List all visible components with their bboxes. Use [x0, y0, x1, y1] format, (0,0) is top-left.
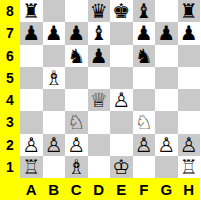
square-c7[interactable]: ♟ [65, 22, 88, 44]
square-d6[interactable]: ♟ [88, 45, 111, 67]
square-d8[interactable]: ♛ [88, 0, 111, 22]
square-b1[interactable] [43, 156, 66, 178]
square-a6[interactable] [20, 45, 43, 67]
square-d3[interactable] [88, 111, 111, 133]
square-b4[interactable] [43, 89, 66, 111]
square-a1[interactable]: ♖ [20, 156, 43, 178]
rank-labels: 87654321 [0, 0, 20, 178]
square-g6[interactable] [155, 45, 178, 67]
white-pawn[interactable]: ♙ [180, 134, 198, 156]
square-d7[interactable]: ♝ [88, 22, 111, 44]
black-pawn[interactable]: ♟ [157, 22, 175, 44]
file-label-g: G [155, 178, 178, 200]
file-label-f: F [133, 178, 156, 200]
square-c6[interactable]: ♞ [65, 45, 88, 67]
square-c3[interactable]: ♘ [65, 111, 88, 133]
white-knight[interactable]: ♘ [67, 111, 85, 133]
square-e3[interactable] [110, 111, 133, 133]
board: ♜♛♚♝♜♟♟♟♝♟♟♟♞♟♞♗♕♙♘♘♙♙♙♙♙♙♖♗♔♖ [20, 0, 200, 178]
black-rook[interactable]: ♜ [180, 0, 198, 22]
white-queen[interactable]: ♕ [90, 89, 108, 111]
black-bishop[interactable]: ♝ [90, 22, 108, 44]
square-f6[interactable]: ♞ [133, 45, 156, 67]
square-c1[interactable]: ♗ [65, 156, 88, 178]
corner-spacer [0, 178, 20, 200]
chess-diagram: 87654321 ♜♛♚♝♜♟♟♟♝♟♟♟♞♟♞♗♕♙♘♘♙♙♙♙♙♙♖♗♔♖ … [0, 0, 200, 200]
black-pawn[interactable]: ♟ [67, 22, 85, 44]
white-knight[interactable]: ♘ [135, 111, 153, 133]
white-bishop[interactable]: ♗ [45, 67, 63, 89]
square-f3[interactable]: ♘ [133, 111, 156, 133]
file-label-b: B [43, 178, 66, 200]
white-rook[interactable]: ♖ [22, 156, 40, 178]
black-pawn[interactable]: ♟ [135, 22, 153, 44]
white-pawn[interactable]: ♙ [112, 89, 130, 111]
black-pawn[interactable]: ♟ [90, 45, 108, 67]
rank-label-7: 7 [0, 22, 20, 44]
square-h7[interactable]: ♟ [178, 22, 201, 44]
square-e1[interactable]: ♔ [110, 156, 133, 178]
square-c8[interactable] [65, 0, 88, 22]
square-d2[interactable] [88, 134, 111, 156]
file-label-d: D [88, 178, 111, 200]
square-f1[interactable] [133, 156, 156, 178]
white-pawn[interactable]: ♙ [135, 134, 153, 156]
white-king[interactable]: ♔ [112, 156, 130, 178]
square-g5[interactable] [155, 67, 178, 89]
white-bishop[interactable]: ♗ [67, 156, 85, 178]
square-b2[interactable]: ♙ [43, 134, 66, 156]
black-queen[interactable]: ♛ [90, 0, 108, 22]
square-a7[interactable]: ♟ [20, 22, 43, 44]
square-h1[interactable]: ♖ [178, 156, 201, 178]
square-g8[interactable] [155, 0, 178, 22]
square-c2[interactable]: ♙ [65, 134, 88, 156]
square-a4[interactable] [20, 89, 43, 111]
square-h2[interactable]: ♙ [178, 134, 201, 156]
square-a5[interactable] [20, 67, 43, 89]
square-b6[interactable] [43, 45, 66, 67]
black-bishop[interactable]: ♝ [135, 0, 153, 22]
rank-label-2: 2 [0, 134, 20, 156]
square-c5[interactable] [65, 67, 88, 89]
square-b7[interactable]: ♟ [43, 22, 66, 44]
square-a3[interactable] [20, 111, 43, 133]
square-h4[interactable] [178, 89, 201, 111]
file-label-a: A [20, 178, 43, 200]
square-c4[interactable] [65, 89, 88, 111]
white-pawn[interactable]: ♙ [45, 134, 63, 156]
square-h6[interactable] [178, 45, 201, 67]
square-g7[interactable]: ♟ [155, 22, 178, 44]
square-f4[interactable] [133, 89, 156, 111]
square-g4[interactable] [155, 89, 178, 111]
square-b8[interactable] [43, 0, 66, 22]
square-f8[interactable]: ♝ [133, 0, 156, 22]
white-pawn[interactable]: ♙ [67, 134, 85, 156]
white-pawn[interactable]: ♙ [157, 134, 175, 156]
black-pawn[interactable]: ♟ [22, 22, 40, 44]
rank-label-1: 1 [0, 156, 20, 178]
square-e6[interactable] [110, 45, 133, 67]
black-knight[interactable]: ♞ [135, 45, 153, 67]
rank-label-3: 3 [0, 111, 20, 133]
black-pawn[interactable]: ♟ [45, 22, 63, 44]
square-b3[interactable] [43, 111, 66, 133]
square-f7[interactable]: ♟ [133, 22, 156, 44]
file-label-h: H [178, 178, 201, 200]
square-h5[interactable] [178, 67, 201, 89]
rank-label-5: 5 [0, 67, 20, 89]
square-f5[interactable] [133, 67, 156, 89]
black-king[interactable]: ♚ [112, 0, 130, 22]
square-e4[interactable]: ♙ [110, 89, 133, 111]
square-e2[interactable] [110, 134, 133, 156]
square-a2[interactable]: ♙ [20, 134, 43, 156]
square-f2[interactable]: ♙ [133, 134, 156, 156]
square-g1[interactable] [155, 156, 178, 178]
rank-label-6: 6 [0, 45, 20, 67]
square-d1[interactable] [88, 156, 111, 178]
square-g2[interactable]: ♙ [155, 134, 178, 156]
file-label-e: E [110, 178, 133, 200]
black-knight[interactable]: ♞ [67, 45, 85, 67]
file-labels: ABCDEFGH [0, 178, 200, 200]
black-pawn[interactable]: ♟ [180, 22, 198, 44]
square-g3[interactable] [155, 111, 178, 133]
square-d5[interactable] [88, 67, 111, 89]
square-a8[interactable]: ♜ [20, 0, 43, 22]
square-e7[interactable] [110, 22, 133, 44]
square-h3[interactable] [178, 111, 201, 133]
rank-label-4: 4 [0, 89, 20, 111]
white-rook[interactable]: ♖ [180, 156, 198, 178]
rank-label-8: 8 [0, 0, 20, 22]
square-e5[interactable] [110, 67, 133, 89]
white-pawn[interactable]: ♙ [22, 134, 40, 156]
square-b5[interactable]: ♗ [43, 67, 66, 89]
black-rook[interactable]: ♜ [22, 0, 40, 22]
square-h8[interactable]: ♜ [178, 0, 201, 22]
square-e8[interactable]: ♚ [110, 0, 133, 22]
square-d4[interactable]: ♕ [88, 89, 111, 111]
file-label-c: C [65, 178, 88, 200]
